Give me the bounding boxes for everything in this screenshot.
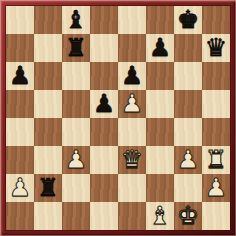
square-a2[interactable]: ♟ — [6, 174, 34, 202]
square-e8[interactable] — [118, 6, 146, 34]
square-d2[interactable] — [90, 174, 118, 202]
square-g8[interactable]: ♚ — [174, 6, 202, 34]
square-b6[interactable] — [34, 62, 62, 90]
square-g4[interactable] — [174, 118, 202, 146]
piece-black-queen[interactable]: ♛ — [205, 34, 227, 62]
square-h7[interactable]: ♛ — [202, 34, 230, 62]
piece-white-pawn[interactable]: ♟ — [65, 146, 87, 174]
square-a6[interactable]: ♟ — [6, 62, 34, 90]
square-e5[interactable]: ♟ — [118, 90, 146, 118]
square-a4[interactable] — [6, 118, 34, 146]
square-d5[interactable]: ♟ — [90, 90, 118, 118]
square-c2[interactable] — [62, 174, 90, 202]
square-d7[interactable] — [90, 34, 118, 62]
square-g5[interactable] — [174, 90, 202, 118]
piece-white-pawn[interactable]: ♟ — [9, 174, 31, 202]
square-f5[interactable] — [146, 90, 174, 118]
square-g6[interactable] — [174, 62, 202, 90]
piece-black-pawn[interactable]: ♟ — [93, 90, 115, 118]
square-b3[interactable] — [34, 146, 62, 174]
square-e3[interactable]: ♛ — [118, 146, 146, 174]
square-h6[interactable] — [202, 62, 230, 90]
square-c7[interactable]: ♜ — [62, 34, 90, 62]
square-g1[interactable]: ♚ — [174, 202, 202, 230]
piece-white-pawn[interactable]: ♟ — [121, 90, 143, 118]
piece-white-rook[interactable]: ♜ — [205, 146, 227, 174]
square-f4[interactable] — [146, 118, 174, 146]
piece-black-pawn[interactable]: ♟ — [9, 62, 31, 90]
piece-black-pawn[interactable]: ♟ — [149, 34, 171, 62]
square-e7[interactable] — [118, 34, 146, 62]
square-h3[interactable]: ♜ — [202, 146, 230, 174]
square-b7[interactable] — [34, 34, 62, 62]
square-c8[interactable]: ♝ — [62, 6, 90, 34]
square-d1[interactable] — [90, 202, 118, 230]
square-e2[interactable] — [118, 174, 146, 202]
piece-black-bishop[interactable]: ♝ — [65, 6, 87, 34]
square-d3[interactable] — [90, 146, 118, 174]
square-h1[interactable] — [202, 202, 230, 230]
piece-black-pawn[interactable]: ♟ — [121, 62, 143, 90]
piece-white-king[interactable]: ♚ — [177, 202, 199, 230]
square-f6[interactable] — [146, 62, 174, 90]
square-d4[interactable] — [90, 118, 118, 146]
square-b2[interactable]: ♜ — [34, 174, 62, 202]
square-f2[interactable] — [146, 174, 174, 202]
square-g3[interactable]: ♟ — [174, 146, 202, 174]
piece-white-pawn[interactable]: ♟ — [177, 146, 199, 174]
piece-white-pawn[interactable]: ♟ — [205, 174, 227, 202]
square-e6[interactable]: ♟ — [118, 62, 146, 90]
square-c4[interactable] — [62, 118, 90, 146]
square-f1[interactable]: ♝ — [146, 202, 174, 230]
square-d8[interactable] — [90, 6, 118, 34]
square-b8[interactable] — [34, 6, 62, 34]
square-e4[interactable] — [118, 118, 146, 146]
square-f3[interactable] — [146, 146, 174, 174]
chess-board-frame: ♝♚♜♟♛♟♟♟♟♟♛♟♜♟♜♟♝♚ — [0, 0, 236, 236]
square-d6[interactable] — [90, 62, 118, 90]
piece-black-rook[interactable]: ♜ — [37, 174, 59, 202]
square-b5[interactable] — [34, 90, 62, 118]
square-h4[interactable] — [202, 118, 230, 146]
square-c5[interactable] — [62, 90, 90, 118]
square-a1[interactable] — [6, 202, 34, 230]
square-h2[interactable]: ♟ — [202, 174, 230, 202]
square-a8[interactable] — [6, 6, 34, 34]
square-f8[interactable] — [146, 6, 174, 34]
square-a5[interactable] — [6, 90, 34, 118]
square-h5[interactable] — [202, 90, 230, 118]
square-h8[interactable] — [202, 6, 230, 34]
square-c1[interactable] — [62, 202, 90, 230]
square-c6[interactable] — [62, 62, 90, 90]
square-a3[interactable] — [6, 146, 34, 174]
square-f7[interactable]: ♟ — [146, 34, 174, 62]
piece-white-queen[interactable]: ♛ — [121, 146, 143, 174]
square-a7[interactable] — [6, 34, 34, 62]
square-e1[interactable] — [118, 202, 146, 230]
square-b4[interactable] — [34, 118, 62, 146]
piece-black-rook[interactable]: ♜ — [65, 34, 87, 62]
square-g7[interactable] — [174, 34, 202, 62]
chess-board: ♝♚♜♟♛♟♟♟♟♟♛♟♜♟♜♟♝♚ — [6, 6, 230, 230]
square-c3[interactable]: ♟ — [62, 146, 90, 174]
square-g2[interactable] — [174, 174, 202, 202]
square-b1[interactable] — [34, 202, 62, 230]
piece-white-bishop[interactable]: ♝ — [149, 202, 171, 230]
piece-black-king[interactable]: ♚ — [177, 6, 199, 34]
